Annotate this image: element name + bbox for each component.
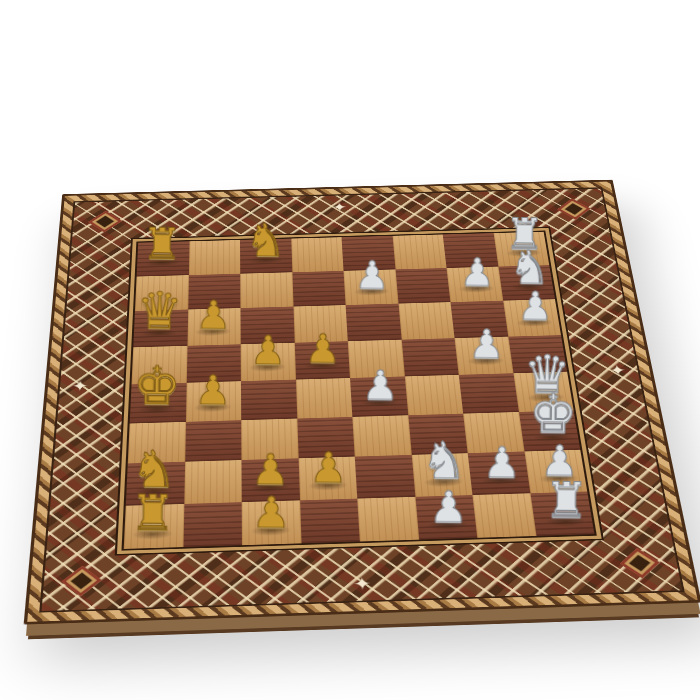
square-e8[interactable] (342, 236, 396, 271)
square-f8[interactable] (392, 234, 446, 269)
square-d7[interactable] (292, 271, 346, 307)
square-f7[interactable] (395, 268, 450, 304)
piece-silver-pawn-g2[interactable]: ♟ (482, 441, 520, 484)
square-c5[interactable] (241, 342, 296, 381)
square-b8[interactable] (188, 240, 240, 275)
square-f5[interactable] (401, 338, 459, 377)
square-g6[interactable] (450, 301, 507, 338)
pearl-star-inlay: ✦ (332, 201, 348, 213)
square-d5[interactable] (294, 341, 350, 380)
square-c8[interactable] (240, 239, 292, 274)
piece-gold-pawn-d2[interactable]: ♟ (309, 446, 347, 489)
chess-board-scene: ✦✦✦✦ ♜♞♛♟♟♟♚♟♞♟♟♜♟♜♞♟♟♟♟♟♛♚♞♟♟♟♜ (24, 180, 700, 625)
square-d6[interactable] (293, 305, 348, 342)
square-c6[interactable] (240, 307, 294, 344)
square-e6[interactable] (346, 304, 402, 341)
square-b6[interactable] (187, 308, 241, 345)
square-h6[interactable] (503, 299, 561, 336)
square-e7[interactable] (344, 269, 399, 305)
square-a6[interactable] (133, 309, 187, 346)
piece-silver-rook-h1[interactable]: ♜ (543, 475, 588, 525)
square-f6[interactable] (398, 302, 454, 339)
square-g8[interactable] (443, 233, 498, 268)
square-h8[interactable] (493, 232, 549, 267)
piece-gold-rook-a1[interactable]: ♜ (129, 488, 174, 538)
piece-silver-pawn-e4[interactable]: ♟ (361, 364, 398, 405)
photo-background: ✦✦✦✦ ♜♞♛♟♟♟♚♟♞♟♟♜♟♜♞♟♟♟♟♟♛♚♞♟♟♟♜ (0, 0, 700, 700)
piece-gold-pawn-c1[interactable]: ♟ (251, 490, 290, 533)
piece-gold-king-a4[interactable]: ♚ (132, 359, 180, 412)
piece-silver-knight-f2[interactable]: ♞ (421, 434, 467, 485)
piece-gold-pawn-b4[interactable]: ♟ (194, 369, 231, 410)
square-a8[interactable] (137, 241, 190, 276)
piece-silver-king-h3[interactable]: ♚ (528, 386, 577, 440)
square-c7[interactable] (240, 272, 293, 308)
square-g7[interactable] (447, 266, 503, 302)
square-g5[interactable] (455, 336, 513, 375)
piece-gold-pawn-c2[interactable]: ♟ (251, 448, 289, 491)
pearl-star-inlay: ✦ (608, 363, 627, 377)
piece-silver-pawn-f1[interactable]: ♟ (429, 485, 468, 528)
square-h7[interactable] (498, 265, 555, 301)
square-b7[interactable] (188, 273, 241, 309)
square-a7[interactable] (135, 275, 188, 311)
square-d8[interactable] (291, 237, 344, 272)
